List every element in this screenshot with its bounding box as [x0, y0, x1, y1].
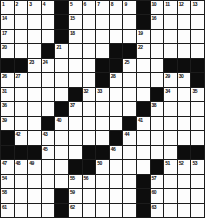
crossword-cell-r6c4[interactable]: [42, 73, 55, 86]
clue-number-6: 6: [84, 1, 86, 7]
crossword-cell-r6c12[interactable]: [151, 73, 164, 86]
black-cell-r11c2: [15, 146, 28, 159]
crossword-cell-r10c2[interactable]: 42: [15, 131, 28, 144]
crossword-cell-r11c9[interactable]: 46: [110, 146, 123, 159]
crossword-cell-r15c3[interactable]: [28, 204, 41, 217]
black-cell-r1c5: [55, 1, 68, 14]
crossword-cell-r6c1[interactable]: 26: [1, 73, 14, 86]
crossword-cell-r15c6[interactable]: 62: [69, 204, 82, 217]
crossword-cell-r5c5[interactable]: [55, 59, 68, 72]
crossword-cell-r3c8[interactable]: [96, 30, 109, 43]
crossword-cell-r6c11[interactable]: [137, 73, 150, 86]
crossword-cell-r11c4[interactable]: 45: [42, 146, 55, 159]
clue-number-12: 12: [179, 1, 184, 7]
clue-number-17: 17: [2, 30, 7, 36]
crossword-cell-r8c10[interactable]: [123, 102, 136, 115]
clue-number-19: 19: [138, 30, 143, 36]
clue-number-7: 7: [97, 1, 99, 7]
crossword-cell-r13c14[interactable]: [178, 175, 191, 188]
crossword-cell-r2c13[interactable]: [164, 15, 177, 28]
black-cell-r10c1: [1, 131, 14, 144]
clue-number-51: 51: [165, 160, 170, 166]
crossword-cell-r2c8[interactable]: [96, 15, 109, 28]
crossword-cell-r7c15[interactable]: 35: [191, 88, 204, 101]
crossword-cell-r7c1[interactable]: 31: [1, 88, 14, 101]
clue-number-29: 29: [165, 73, 170, 79]
crossword-cell-r3c15[interactable]: [191, 30, 204, 43]
clue-number-60: 60: [152, 189, 157, 195]
crossword-cell-r7c5[interactable]: [55, 88, 68, 101]
clue-number-28: 28: [111, 73, 116, 79]
crossword-cell-r12c8[interactable]: 50: [96, 160, 109, 173]
crossword-cell-r14c4[interactable]: [42, 189, 55, 202]
crossword-cell-r14c7[interactable]: [83, 189, 96, 202]
clue-number-48: 48: [16, 160, 21, 166]
crossword-cell-r8c2[interactable]: [15, 102, 28, 115]
crossword-cell-r13c7[interactable]: 56: [83, 175, 96, 188]
crossword-cell-r10c8[interactable]: [96, 131, 109, 144]
crossword-cell-r4c5[interactable]: 21: [55, 44, 68, 57]
crossword-cell-r9c11[interactable]: 41: [137, 117, 150, 130]
crossword-cell-r3c3[interactable]: [28, 30, 41, 43]
black-cell-r5c2: [15, 59, 28, 72]
crossword-cell-r9c3[interactable]: [28, 117, 41, 130]
crossword-cell-r9c5[interactable]: 40: [55, 117, 68, 130]
black-cell-r12c6: [69, 160, 82, 173]
crossword-cell-r8c7[interactable]: [83, 102, 96, 115]
clue-number-40: 40: [56, 117, 61, 123]
black-cell-r11c1: [1, 146, 14, 159]
crossword-cell-r14c12[interactable]: 60: [151, 189, 164, 202]
crossword-cell-r2c3[interactable]: [28, 15, 41, 28]
crossword-cell-r8c13[interactable]: [164, 102, 177, 115]
black-cell-r15c11: [137, 204, 150, 217]
crossword-cell-r13c10[interactable]: [123, 175, 136, 188]
crossword-cell-r4c1[interactable]: 20: [1, 44, 14, 57]
crossword-cell-r3c4[interactable]: [42, 30, 55, 43]
crossword-cell-r8c14[interactable]: [178, 102, 191, 115]
crossword-cell-r15c15[interactable]: [191, 204, 204, 217]
crossword-cell-r7c4[interactable]: [42, 88, 55, 101]
crossword-cell-r12c4[interactable]: [42, 160, 55, 173]
crossword-cell-r4c8[interactable]: [96, 44, 109, 57]
black-cell-r12c7: [83, 160, 96, 173]
clue-number-35: 35: [192, 88, 197, 94]
crossword-cell-r9c7[interactable]: [83, 117, 96, 130]
crossword-cell-r8c8[interactable]: [96, 102, 109, 115]
crossword-cell-r14c6[interactable]: 59: [69, 189, 82, 202]
crossword-cell-r4c7[interactable]: [83, 44, 96, 57]
clue-number-37: 37: [70, 102, 75, 108]
crossword-cell-r3c6[interactable]: 18: [69, 30, 82, 43]
crossword-cell-r7c13[interactable]: 34: [164, 88, 177, 101]
black-cell-r11c7: [83, 146, 96, 159]
black-cell-r11c3: [28, 146, 41, 159]
crossword-board: 1234567891011121314151617181920212223242…: [0, 0, 205, 218]
crossword-cell-r15c12[interactable]: 63: [151, 204, 164, 217]
crossword-cell-r8c6[interactable]: 37: [69, 102, 82, 115]
crossword-cell-r12c11[interactable]: [137, 160, 150, 173]
crossword-cell-r9c15[interactable]: [191, 117, 204, 130]
crossword-cell-r8c1[interactable]: 36: [1, 102, 14, 115]
crossword-cell-r13c6[interactable]: 55: [69, 175, 82, 188]
clue-number-32: 32: [84, 88, 89, 94]
crossword-cell-r12c14[interactable]: 52: [178, 160, 191, 173]
clue-number-63: 63: [152, 204, 157, 210]
crossword-cell-r15c1[interactable]: 61: [1, 204, 14, 217]
crossword-cell-r3c14[interactable]: [178, 30, 191, 43]
black-cell-r14c11: [137, 189, 150, 202]
crossword-cell-r3c13[interactable]: [164, 30, 177, 43]
clue-number-42: 42: [16, 131, 21, 137]
crossword-cell-r12c13[interactable]: 51: [164, 160, 177, 173]
crossword-cell-r3c9[interactable]: [110, 30, 123, 43]
clue-number-50: 50: [97, 160, 102, 166]
crossword-cell-r7c7[interactable]: 32: [83, 88, 96, 101]
crossword-grid: 1234567891011121314151617181920212223242…: [0, 0, 205, 218]
crossword-cell-r1c14[interactable]: 12: [178, 1, 191, 14]
crossword-cell-r3c10[interactable]: [123, 30, 136, 43]
crossword-cell-r4c15[interactable]: [191, 44, 204, 57]
clue-number-43: 43: [43, 131, 48, 137]
crossword-cell-r13c12[interactable]: 57: [151, 175, 164, 188]
crossword-cell-r10c7[interactable]: [83, 131, 96, 144]
clue-number-8: 8: [111, 1, 113, 7]
crossword-cell-r14c2[interactable]: [15, 189, 28, 202]
black-cell-r2c5: [55, 15, 68, 28]
clue-number-61: 61: [2, 204, 7, 210]
crossword-cell-r14c15[interactable]: [191, 189, 204, 202]
crossword-cell-r7c9[interactable]: [110, 88, 123, 101]
clue-number-23: 23: [29, 59, 34, 65]
crossword-cell-r13c2[interactable]: [15, 175, 28, 188]
black-cell-r8c11: [137, 102, 150, 115]
crossword-cell-r6c10[interactable]: [123, 73, 136, 86]
crossword-cell-r10c6[interactable]: [69, 131, 82, 144]
crossword-cell-r6c6[interactable]: [69, 73, 82, 86]
black-cell-r3c5: [55, 30, 68, 43]
black-cell-r9c4: [42, 117, 55, 130]
crossword-cell-r7c8[interactable]: 33: [96, 88, 109, 101]
crossword-cell-r12c9[interactable]: [110, 160, 123, 173]
black-cell-r1c11: [137, 1, 150, 14]
crossword-cell-r7c14[interactable]: [178, 88, 191, 101]
clue-number-52: 52: [179, 160, 184, 166]
crossword-cell-r15c13[interactable]: [164, 204, 177, 217]
crossword-cell-r3c12[interactable]: [151, 30, 164, 43]
crossword-cell-r6c13[interactable]: 29: [164, 73, 177, 86]
crossword-cell-r9c13[interactable]: [164, 117, 177, 130]
crossword-cell-r7c11[interactable]: [137, 88, 150, 101]
clue-number-24: 24: [43, 59, 48, 65]
crossword-cell-r11c12[interactable]: [151, 146, 164, 159]
black-cell-r7c12: [151, 88, 164, 101]
clue-number-16: 16: [152, 15, 157, 21]
clue-number-45: 45: [43, 146, 48, 152]
black-cell-r4c4: [42, 44, 55, 57]
clue-number-59: 59: [70, 189, 75, 195]
crossword-cell-r2c12[interactable]: 16: [151, 15, 164, 28]
crossword-cell-r14c14[interactable]: [178, 189, 191, 202]
black-cell-r5c1: [1, 59, 14, 72]
crossword-cell-r1c1[interactable]: 1: [1, 1, 14, 14]
crossword-cell-r6c14[interactable]: 30: [178, 73, 191, 86]
crossword-cell-r7c10[interactable]: [123, 88, 136, 101]
crossword-cell-r1c12[interactable]: 10: [151, 1, 164, 14]
crossword-cell-r2c14[interactable]: [178, 15, 191, 28]
crossword-cell-r3c1[interactable]: 17: [1, 30, 14, 43]
crossword-cell-r15c10[interactable]: [123, 204, 136, 217]
clue-number-34: 34: [165, 88, 170, 94]
crossword-cell-r6c7[interactable]: [83, 73, 96, 86]
crossword-cell-r10c10[interactable]: 44: [123, 131, 136, 144]
crossword-cell-r6c2[interactable]: 27: [15, 73, 28, 86]
clue-number-4: 4: [43, 1, 45, 7]
crossword-cell-r8c4[interactable]: [42, 102, 55, 115]
crossword-cell-r6c3[interactable]: [28, 73, 41, 86]
clue-number-13: 13: [192, 1, 197, 7]
clue-number-22: 22: [138, 44, 143, 50]
crossword-cell-r4c11[interactable]: 22: [137, 44, 150, 57]
clue-number-27: 27: [16, 73, 21, 79]
crossword-cell-r10c14[interactable]: [178, 131, 191, 144]
crossword-cell-r15c9[interactable]: [110, 204, 123, 217]
black-cell-r6c15: [191, 73, 204, 86]
black-cell-r2c11: [137, 15, 150, 28]
crossword-cell-r12c2[interactable]: 48: [15, 160, 28, 173]
crossword-cell-r14c13[interactable]: [164, 189, 177, 202]
crossword-cell-r8c9[interactable]: [110, 102, 123, 115]
crossword-cell-r5c3[interactable]: 23: [28, 59, 41, 72]
crossword-cell-r1c15[interactable]: 13: [191, 1, 204, 14]
crossword-cell-r2c15[interactable]: [191, 15, 204, 28]
crossword-cell-r14c8[interactable]: [96, 189, 109, 202]
clue-number-46: 46: [111, 146, 116, 152]
crossword-cell-r2c10[interactable]: [123, 15, 136, 28]
crossword-cell-r4c14[interactable]: [178, 44, 191, 57]
crossword-cell-r12c10[interactable]: [123, 160, 136, 173]
clue-number-56: 56: [84, 175, 89, 181]
crossword-cell-r6c9[interactable]: 28: [110, 73, 123, 86]
crossword-cell-r10c11[interactable]: [137, 131, 150, 144]
black-cell-r9c10: [123, 117, 136, 130]
clue-number-33: 33: [97, 88, 102, 94]
black-cell-r5c13: [164, 59, 177, 72]
crossword-cell-r2c7[interactable]: [83, 15, 96, 28]
crossword-cell-r9c12[interactable]: [151, 117, 164, 130]
black-cell-r5c8: [96, 59, 109, 72]
clue-number-53: 53: [192, 160, 197, 166]
crossword-cell-r1c10[interactable]: 9: [123, 1, 136, 14]
clue-number-47: 47: [2, 160, 7, 166]
crossword-cell-r1c3[interactable]: 3: [28, 1, 41, 14]
black-cell-r8c5: [55, 102, 68, 115]
clue-number-55: 55: [70, 175, 75, 181]
crossword-cell-r11c6[interactable]: [69, 146, 82, 159]
crossword-cell-r12c15[interactable]: 53: [191, 160, 204, 173]
black-cell-r15c5: [55, 204, 68, 217]
crossword-cell-r2c2[interactable]: [15, 15, 28, 28]
crossword-cell-r2c6[interactable]: 15: [69, 15, 82, 28]
crossword-cell-r8c15[interactable]: [191, 102, 204, 115]
clue-number-10: 10: [152, 1, 157, 7]
clue-number-21: 21: [56, 44, 61, 50]
crossword-cell-r2c1[interactable]: 14: [1, 15, 14, 28]
crossword-cell-r9c9[interactable]: [110, 117, 123, 130]
black-cell-r14c5: [55, 189, 68, 202]
crossword-cell-r5c4[interactable]: 24: [42, 59, 55, 72]
crossword-cell-r10c13[interactable]: [164, 131, 177, 144]
clue-number-9: 9: [124, 1, 126, 7]
crossword-cell-r5c6[interactable]: [69, 59, 82, 72]
crossword-cell-r11c13[interactable]: [164, 146, 177, 159]
crossword-cell-r1c7[interactable]: 6: [83, 1, 96, 14]
crossword-cell-r15c4[interactable]: [42, 204, 55, 217]
crossword-cell-r7c2[interactable]: [15, 88, 28, 101]
crossword-cell-r9c14[interactable]: [178, 117, 191, 130]
crossword-cell-r1c2[interactable]: 2: [15, 1, 28, 14]
clue-number-14: 14: [2, 15, 7, 21]
crossword-cell-r3c7[interactable]: [83, 30, 96, 43]
crossword-cell-r11c5[interactable]: [55, 146, 68, 159]
clue-number-49: 49: [29, 160, 34, 166]
crossword-cell-r4c13[interactable]: [164, 44, 177, 57]
crossword-cell-r12c3[interactable]: 49: [28, 160, 41, 173]
crossword-cell-r13c8[interactable]: [96, 175, 109, 188]
crossword-cell-r13c3[interactable]: [28, 175, 41, 188]
crossword-cell-r10c12[interactable]: [151, 131, 164, 144]
crossword-cell-r14c3[interactable]: [28, 189, 41, 202]
clue-number-54: 54: [2, 175, 7, 181]
black-cell-r11c15: [191, 146, 204, 159]
crossword-cell-r1c6[interactable]: 5: [69, 1, 82, 14]
crossword-cell-r1c4[interactable]: 4: [42, 1, 55, 14]
crossword-cell-r13c1[interactable]: 54: [1, 175, 14, 188]
crossword-cell-r5c12[interactable]: [151, 59, 164, 72]
black-cell-r7c6: [69, 88, 82, 101]
clue-number-57: 57: [152, 175, 157, 181]
clue-number-25: 25: [124, 59, 129, 65]
clue-number-41: 41: [138, 117, 143, 123]
crossword-cell-r14c1[interactable]: 58: [1, 189, 14, 202]
crossword-cell-r13c5[interactable]: [55, 175, 68, 188]
clue-number-3: 3: [29, 1, 31, 7]
crossword-cell-r3c2[interactable]: [15, 30, 28, 43]
crossword-cell-r9c2[interactable]: [15, 117, 28, 130]
black-cell-r5c9: [110, 59, 123, 72]
crossword-cell-r2c4[interactable]: [42, 15, 55, 28]
crossword-cell-r4c12[interactable]: [151, 44, 164, 57]
clue-number-26: 26: [2, 73, 7, 79]
black-cell-r11c14: [178, 146, 191, 159]
black-cell-r11c8: [96, 146, 109, 159]
clue-number-2: 2: [16, 1, 18, 7]
black-cell-r4c10: [123, 44, 136, 57]
crossword-cell-r9c1[interactable]: 39: [1, 117, 14, 130]
crossword-cell-r10c15[interactable]: [191, 131, 204, 144]
crossword-cell-r13c15[interactable]: [191, 175, 204, 188]
clue-number-44: 44: [124, 131, 129, 137]
crossword-cell-r6c5[interactable]: [55, 73, 68, 86]
crossword-cell-r5c11[interactable]: [137, 59, 150, 72]
crossword-cell-r13c4[interactable]: [42, 175, 55, 188]
crossword-cell-r14c10[interactable]: [123, 189, 136, 202]
crossword-cell-r4c3[interactable]: [28, 44, 41, 57]
crossword-cell-r8c3[interactable]: [28, 102, 41, 115]
crossword-cell-r3c11[interactable]: 19: [137, 30, 150, 43]
clue-number-20: 20: [2, 44, 7, 50]
crossword-cell-r4c2[interactable]: [15, 44, 28, 57]
clue-number-1: 1: [2, 1, 4, 7]
black-cell-r5c15: [191, 59, 204, 72]
crossword-cell-r15c7[interactable]: [83, 204, 96, 217]
clue-number-18: 18: [70, 30, 75, 36]
crossword-cell-r10c4[interactable]: 43: [42, 131, 55, 144]
crossword-cell-r5c10[interactable]: 25: [123, 59, 136, 72]
black-cell-r4c9: [110, 44, 123, 57]
crossword-cell-r7c3[interactable]: [28, 88, 41, 101]
crossword-cell-r9c6[interactable]: [69, 117, 82, 130]
clue-number-5: 5: [70, 1, 72, 7]
crossword-cell-r12c1[interactable]: 47: [1, 160, 14, 173]
crossword-cell-r10c3[interactable]: [28, 131, 41, 144]
crossword-cell-r1c13[interactable]: 11: [164, 1, 177, 14]
crossword-cell-r9c8[interactable]: [96, 117, 109, 130]
black-cell-r5c14: [178, 59, 191, 72]
crossword-cell-r11c10[interactable]: [123, 146, 136, 159]
black-cell-r13c11: [137, 175, 150, 188]
clue-number-36: 36: [2, 102, 7, 108]
clue-number-15: 15: [70, 15, 75, 21]
crossword-cell-r1c9[interactable]: 8: [110, 1, 123, 14]
black-cell-r10c9: [110, 131, 123, 144]
crossword-cell-r15c14[interactable]: [178, 204, 191, 217]
crossword-cell-r1c8[interactable]: 7: [96, 1, 109, 14]
crossword-cell-r4c6[interactable]: [69, 44, 82, 57]
black-cell-r12c12: [151, 160, 164, 173]
crossword-cell-r15c2[interactable]: [15, 204, 28, 217]
crossword-cell-r15c8[interactable]: [96, 204, 109, 217]
clue-number-31: 31: [2, 88, 7, 94]
clue-number-38: 38: [152, 102, 157, 108]
clue-number-62: 62: [70, 204, 75, 210]
clue-number-30: 30: [179, 73, 184, 79]
clue-number-11: 11: [165, 1, 169, 7]
crossword-cell-r10c5[interactable]: [55, 131, 68, 144]
crossword-cell-r2c9[interactable]: [110, 15, 123, 28]
black-cell-r6c8: [96, 73, 109, 86]
crossword-cell-r14c9[interactable]: [110, 189, 123, 202]
crossword-cell-r11c11[interactable]: [137, 146, 150, 159]
crossword-cell-r13c13[interactable]: [164, 175, 177, 188]
clue-number-39: 39: [2, 117, 7, 123]
crossword-cell-r5c7[interactable]: [83, 59, 96, 72]
crossword-cell-r12c5[interactable]: [55, 160, 68, 173]
crossword-cell-r13c9[interactable]: [110, 175, 123, 188]
clue-number-58: 58: [2, 189, 7, 195]
crossword-cell-r8c12[interactable]: 38: [151, 102, 164, 115]
